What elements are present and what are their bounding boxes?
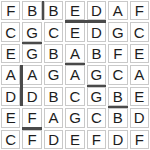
- cell-r2c7[interactable]: C: [130, 22, 149, 41]
- vertical-equal-pair-mark: [42, 1, 44, 20]
- cell-r7c7[interactable]: F: [130, 130, 149, 149]
- cell-r5c6[interactable]: B: [108, 87, 127, 106]
- cell-r3c4[interactable]: A: [65, 44, 84, 63]
- cell-r6c4[interactable]: G: [65, 108, 84, 127]
- horizontal-equal-pair-mark: [22, 42, 41, 44]
- horizontal-equal-pair-mark: [22, 127, 41, 129]
- cell-r7c6[interactable]: D: [108, 130, 127, 149]
- cell-r6c6[interactable]: B: [108, 108, 127, 127]
- cell-r3c5[interactable]: B: [87, 44, 106, 63]
- cell-r2c1[interactable]: C: [1, 22, 20, 41]
- cell-r3c6[interactable]: F: [108, 44, 127, 63]
- cell-r4c4[interactable]: A: [65, 65, 84, 84]
- cell-r1c6[interactable]: A: [108, 1, 127, 20]
- cell-r1c3[interactable]: B: [44, 1, 63, 20]
- cell-r1c7[interactable]: F: [130, 1, 149, 20]
- cell-r1c1[interactable]: F: [1, 1, 20, 20]
- cell-r6c1[interactable]: E: [1, 108, 20, 127]
- horizontal-equal-pair-mark: [108, 106, 127, 108]
- cell-r4c5[interactable]: G: [87, 65, 106, 84]
- horizontal-equal-pair-mark: [65, 20, 106, 22]
- board: FBBEDAFCGCEDGCEGBABFEAAGAGCADDBCGBEEFAGC…: [0, 0, 150, 150]
- cell-r2c4[interactable]: E: [65, 22, 84, 41]
- cell-r5c2[interactable]: D: [22, 87, 41, 106]
- horizontal-equal-pair-mark: [65, 63, 84, 65]
- cell-r4c2[interactable]: A: [22, 65, 41, 84]
- cell-r3c3[interactable]: B: [44, 44, 63, 63]
- cell-r7c4[interactable]: E: [65, 130, 84, 149]
- cell-r7c5[interactable]: F: [87, 130, 106, 149]
- cell-r7c2[interactable]: F: [22, 130, 41, 149]
- cell-r4c6[interactable]: C: [108, 65, 127, 84]
- cell-r2c2[interactable]: G: [22, 22, 41, 41]
- cell-r3c1[interactable]: E: [1, 44, 20, 63]
- cell-r4c1[interactable]: A: [1, 65, 20, 84]
- cell-r3c7[interactable]: E: [130, 44, 149, 63]
- cell-r7c1[interactable]: C: [1, 130, 20, 149]
- cell-r4c7[interactable]: A: [130, 65, 149, 84]
- cell-r6c5[interactable]: C: [87, 108, 106, 127]
- cell-r6c7[interactable]: D: [130, 108, 149, 127]
- cell-r2c5[interactable]: D: [87, 22, 106, 41]
- cell-r3c2[interactable]: G: [22, 44, 41, 63]
- cell-r6c2[interactable]: F: [22, 108, 41, 127]
- vertical-equal-pair-mark: [20, 65, 22, 106]
- cell-r1c4[interactable]: E: [65, 1, 84, 20]
- cell-r4c3[interactable]: G: [44, 65, 63, 84]
- cell-r5c3[interactable]: B: [44, 87, 63, 106]
- cell-r2c6[interactable]: G: [108, 22, 127, 41]
- cell-r1c5[interactable]: D: [87, 1, 106, 20]
- cell-r5c7[interactable]: E: [130, 87, 149, 106]
- cell-r2c3[interactable]: C: [44, 22, 63, 41]
- cell-r5c5[interactable]: G: [87, 87, 106, 106]
- cell-r5c4[interactable]: C: [65, 87, 84, 106]
- cell-r7c3[interactable]: D: [44, 130, 63, 149]
- horizontal-equal-pair-mark: [87, 85, 106, 87]
- cell-r1c2[interactable]: B: [22, 1, 41, 20]
- cell-r5c1[interactable]: D: [1, 87, 20, 106]
- cell-r6c3[interactable]: A: [44, 108, 63, 127]
